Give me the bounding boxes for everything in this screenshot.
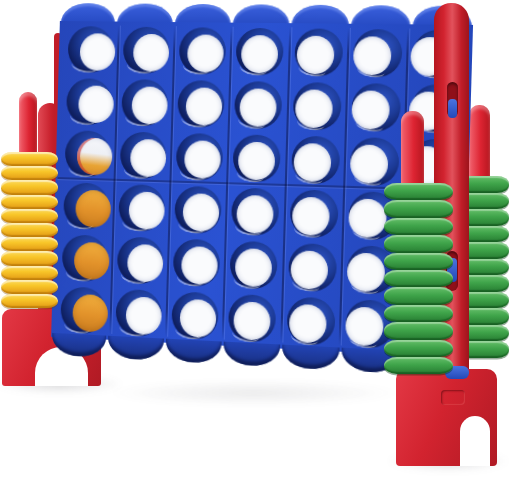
board-hole	[60, 286, 106, 334]
hole-opening	[241, 35, 279, 73]
hole-opening	[185, 87, 222, 125]
board-hole	[115, 289, 162, 338]
board-hole	[172, 291, 220, 340]
hole-opening	[353, 36, 392, 75]
board-scallop	[223, 342, 280, 368]
board-cell	[115, 128, 173, 182]
hole-opening	[125, 296, 162, 335]
left-front-disc-stack	[1, 152, 58, 308]
board-hole	[236, 28, 284, 76]
hole-opening	[292, 197, 330, 236]
board-hole	[63, 182, 109, 230]
board-hole	[65, 130, 111, 177]
board-cell	[284, 186, 344, 242]
hole-opening	[350, 144, 389, 184]
yellow-disc	[1, 223, 58, 237]
hole-opening	[78, 85, 114, 123]
board-hole	[294, 28, 343, 76]
board-hole	[292, 82, 341, 131]
hole-opening	[75, 190, 111, 228]
board-cell	[61, 75, 118, 128]
board-cell	[169, 182, 227, 237]
floor-shadow-board	[104, 380, 404, 406]
hole-opening	[77, 138, 113, 176]
board-cell	[110, 286, 167, 341]
board-cell	[58, 179, 115, 233]
hole-opening	[351, 90, 390, 129]
board-cell	[116, 76, 174, 130]
right-foot-arch	[460, 416, 490, 466]
green-disc	[384, 218, 453, 235]
yellow-disc	[1, 280, 58, 294]
board-cell	[344, 134, 405, 190]
board-hole	[175, 186, 223, 234]
board-hole	[66, 78, 112, 125]
board-hole	[121, 79, 168, 126]
green-disc	[384, 305, 453, 322]
hole-opening	[289, 304, 327, 344]
hole-opening	[234, 301, 272, 341]
hole-opening	[74, 242, 110, 281]
molded-logo-plate	[441, 390, 465, 405]
board-cell	[226, 184, 285, 239]
board-cell	[57, 231, 114, 285]
green-disc	[384, 183, 453, 200]
board-hole	[173, 238, 221, 287]
hole-opening	[184, 140, 221, 179]
board-cell	[171, 130, 229, 185]
board-cell	[281, 293, 341, 349]
board-hole	[288, 243, 337, 292]
hole-opening	[182, 193, 219, 232]
board-scallop	[52, 333, 107, 358]
right-foot	[396, 369, 497, 466]
hole-opening	[131, 86, 168, 124]
hole-opening	[130, 139, 167, 177]
board-hole	[123, 27, 170, 74]
product-photo	[0, 0, 510, 480]
board-hole	[120, 132, 167, 180]
board-cell	[166, 288, 224, 344]
hole-opening	[128, 191, 165, 230]
board-hole	[176, 133, 224, 181]
board-cell	[112, 233, 169, 288]
hole-opening	[179, 299, 216, 338]
green-disc	[384, 235, 453, 252]
front-right-disc-stack	[384, 183, 453, 374]
hole-opening	[345, 306, 384, 346]
board-cell	[287, 79, 347, 134]
hole-opening	[72, 294, 108, 333]
board-cell	[231, 25, 290, 79]
hole-opening	[290, 250, 328, 290]
board-hole	[289, 189, 338, 238]
board-scallop	[165, 339, 222, 364]
hole-opening	[235, 248, 273, 287]
board-cell	[118, 24, 176, 77]
yellow-disc	[1, 152, 58, 166]
board-cell	[59, 127, 116, 181]
front-right-peg	[401, 111, 424, 191]
board-cell	[288, 25, 348, 80]
board-scallop	[108, 336, 164, 361]
board-hole	[118, 184, 165, 232]
yellow-disc	[1, 266, 58, 280]
hole-opening	[295, 89, 333, 128]
hole-opening	[181, 246, 218, 285]
green-disc	[384, 270, 453, 287]
board-cell	[168, 235, 226, 290]
board-cell	[345, 80, 406, 135]
board-hole	[62, 234, 108, 282]
board-cell	[223, 291, 282, 347]
board-hole	[230, 241, 278, 290]
board-cell	[172, 77, 230, 131]
green-disc	[384, 200, 453, 217]
hole-opening	[297, 36, 335, 75]
yellow-disc	[1, 294, 58, 308]
board-cell	[347, 26, 408, 81]
board-hole	[291, 136, 340, 185]
yellow-disc	[1, 180, 58, 194]
peg-lock-latch-top	[448, 99, 457, 118]
board-hole	[179, 27, 227, 75]
board-hole	[349, 137, 399, 186]
board-hole	[351, 83, 401, 132]
hole-opening	[294, 143, 332, 182]
board-cell	[62, 23, 119, 76]
hole-opening	[237, 195, 275, 234]
yellow-disc	[1, 166, 58, 180]
green-disc	[384, 340, 453, 357]
board-hole	[353, 29, 403, 78]
board-hole	[286, 296, 335, 346]
hole-opening	[127, 244, 164, 283]
board-hole	[233, 134, 281, 182]
rear-right-peg	[469, 105, 490, 184]
board-cell	[174, 24, 232, 78]
board-cell	[55, 283, 112, 338]
hole-opening	[238, 142, 276, 181]
board-cell	[113, 181, 170, 235]
board-cell	[282, 240, 342, 296]
green-disc	[384, 287, 453, 304]
green-disc	[384, 357, 453, 374]
board-hole	[234, 81, 282, 129]
hole-opening	[187, 34, 224, 72]
board-hole	[177, 80, 225, 128]
green-disc	[384, 253, 453, 270]
board-cell	[228, 131, 287, 186]
board-cell	[225, 237, 284, 293]
board-hole	[228, 294, 276, 343]
green-disc	[384, 322, 453, 339]
hole-opening	[80, 33, 116, 71]
yellow-disc	[1, 251, 58, 265]
board-hole	[117, 236, 164, 284]
hole-opening	[347, 252, 386, 292]
hole-opening	[240, 88, 278, 127]
yellow-disc	[1, 195, 58, 209]
board-hole	[67, 26, 113, 73]
hole-opening	[133, 34, 170, 72]
board-scallop	[282, 345, 340, 371]
yellow-disc	[1, 237, 58, 251]
board-cell	[285, 132, 345, 187]
board-cell	[229, 78, 288, 133]
board-hole	[231, 187, 279, 236]
yellow-disc	[1, 209, 58, 223]
hole-opening	[348, 198, 387, 238]
